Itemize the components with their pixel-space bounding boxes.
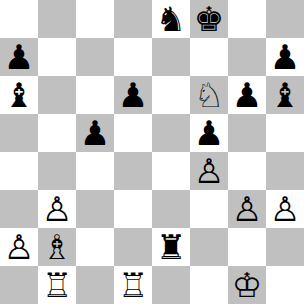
square-e2[interactable]: ♜	[152, 228, 190, 266]
black-pawn-piece[interactable]: ♟	[270, 38, 300, 76]
square-h6[interactable]: ♝	[266, 76, 304, 114]
square-f7[interactable]	[190, 38, 228, 76]
square-d3[interactable]	[114, 190, 152, 228]
square-b2[interactable]: ♗	[38, 228, 76, 266]
square-b3[interactable]: ♙	[38, 190, 76, 228]
square-b1[interactable]: ♖	[38, 266, 76, 304]
square-h1[interactable]	[266, 266, 304, 304]
square-a6[interactable]: ♝	[0, 76, 38, 114]
white-pawn-piece[interactable]: ♙	[232, 190, 262, 228]
square-h7[interactable]: ♟	[266, 38, 304, 76]
square-d7[interactable]	[114, 38, 152, 76]
white-pawn-piece[interactable]: ♙	[270, 190, 300, 228]
white-knight-piece[interactable]: ♘	[194, 76, 224, 114]
white-pawn-piece[interactable]: ♙	[194, 152, 224, 190]
square-e4[interactable]	[152, 152, 190, 190]
square-e1[interactable]	[152, 266, 190, 304]
black-pawn-piece[interactable]: ♟	[194, 114, 224, 152]
square-e5[interactable]	[152, 114, 190, 152]
square-d6[interactable]: ♟	[114, 76, 152, 114]
black-pawn-piece[interactable]: ♟	[232, 76, 262, 114]
square-f4[interactable]: ♙	[190, 152, 228, 190]
black-pawn-piece[interactable]: ♟	[80, 114, 110, 152]
square-g6[interactable]: ♟	[228, 76, 266, 114]
white-bishop-piece[interactable]: ♗	[42, 228, 72, 266]
square-h8[interactable]	[266, 0, 304, 38]
square-d2[interactable]	[114, 228, 152, 266]
white-king-piece[interactable]: ♔	[232, 266, 262, 304]
square-a1[interactable]	[0, 266, 38, 304]
square-f8[interactable]: ♚	[190, 0, 228, 38]
square-f5[interactable]: ♟	[190, 114, 228, 152]
square-e3[interactable]	[152, 190, 190, 228]
square-a5[interactable]	[0, 114, 38, 152]
square-g3[interactable]: ♙	[228, 190, 266, 228]
square-e6[interactable]	[152, 76, 190, 114]
white-rook-piece[interactable]: ♖	[118, 266, 148, 304]
square-d4[interactable]	[114, 152, 152, 190]
black-pawn-piece[interactable]: ♟	[4, 38, 34, 76]
square-a4[interactable]	[0, 152, 38, 190]
square-a2[interactable]: ♙	[0, 228, 38, 266]
square-c3[interactable]	[76, 190, 114, 228]
square-c5[interactable]: ♟	[76, 114, 114, 152]
square-h4[interactable]	[266, 152, 304, 190]
white-pawn-piece[interactable]: ♙	[42, 190, 72, 228]
black-knight-piece[interactable]: ♞	[156, 0, 186, 38]
square-h5[interactable]	[266, 114, 304, 152]
square-c8[interactable]	[76, 0, 114, 38]
square-a3[interactable]	[0, 190, 38, 228]
square-f6[interactable]: ♘	[190, 76, 228, 114]
square-h3[interactable]: ♙	[266, 190, 304, 228]
square-c2[interactable]	[76, 228, 114, 266]
square-e8[interactable]: ♞	[152, 0, 190, 38]
square-d8[interactable]	[114, 0, 152, 38]
square-g8[interactable]	[228, 0, 266, 38]
black-rook-piece[interactable]: ♜	[156, 228, 186, 266]
square-f1[interactable]	[190, 266, 228, 304]
square-h2[interactable]	[266, 228, 304, 266]
square-c6[interactable]	[76, 76, 114, 114]
square-g4[interactable]	[228, 152, 266, 190]
square-b7[interactable]	[38, 38, 76, 76]
square-f3[interactable]	[190, 190, 228, 228]
black-bishop-piece[interactable]: ♝	[4, 76, 34, 114]
square-b8[interactable]	[38, 0, 76, 38]
square-a8[interactable]	[0, 0, 38, 38]
square-a7[interactable]: ♟	[0, 38, 38, 76]
square-c7[interactable]	[76, 38, 114, 76]
chess-board: ♞♚♟♟♝♟♘♟♝♟♟♙♙♙♙♙♗♜♖♖♔	[0, 0, 304, 304]
black-king-piece[interactable]: ♚	[194, 0, 224, 38]
square-b5[interactable]	[38, 114, 76, 152]
square-d1[interactable]: ♖	[114, 266, 152, 304]
square-g7[interactable]	[228, 38, 266, 76]
square-c4[interactable]	[76, 152, 114, 190]
square-g1[interactable]: ♔	[228, 266, 266, 304]
white-rook-piece[interactable]: ♖	[42, 266, 72, 304]
square-e7[interactable]	[152, 38, 190, 76]
square-b6[interactable]	[38, 76, 76, 114]
square-d5[interactable]	[114, 114, 152, 152]
square-f2[interactable]	[190, 228, 228, 266]
black-pawn-piece[interactable]: ♟	[118, 76, 148, 114]
square-g2[interactable]	[228, 228, 266, 266]
white-pawn-piece[interactable]: ♙	[4, 228, 34, 266]
square-g5[interactable]	[228, 114, 266, 152]
square-b4[interactable]	[38, 152, 76, 190]
square-c1[interactable]	[76, 266, 114, 304]
black-bishop-piece[interactable]: ♝	[270, 76, 300, 114]
